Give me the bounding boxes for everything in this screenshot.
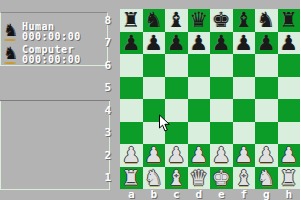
square-d4[interactable] [188,99,211,122]
piece-white-pawn[interactable]: ♟ [189,144,208,166]
piece-black-pawn[interactable]: ♟ [189,32,208,54]
piece-black-rook[interactable]: ♜ [122,9,141,31]
square-a4[interactable] [120,99,143,122]
file-labels: abcdefgh [120,188,300,200]
knight-glyph: ♞ [3,43,18,63]
rank-label-5: 5 [94,77,116,100]
file-label-e: e [210,188,233,200]
square-g6[interactable] [255,54,278,77]
piece-white-queen[interactable]: ♛ [189,167,208,189]
square-d8[interactable]: ♛ [188,9,211,32]
square-b7[interactable]: ♟ [143,32,166,55]
file-label-b: b [143,188,166,200]
player-clock-computer: 000:00:00 [22,55,81,65]
piece-black-bishop[interactable]: ♝ [167,9,186,31]
piece-white-pawn[interactable]: ♟ [144,144,163,166]
square-c1[interactable]: ♝ [165,167,188,190]
piece-black-pawn[interactable]: ♟ [279,32,298,54]
piece-black-pawn[interactable]: ♟ [167,32,186,54]
rank-label-2: 2 [94,144,116,167]
piece-white-pawn[interactable]: ♟ [212,144,231,166]
square-g3[interactable] [255,122,278,145]
square-a3[interactable] [120,122,143,145]
square-f1[interactable]: ♝ [233,167,256,190]
square-g2[interactable]: ♟ [255,144,278,167]
piece-black-pawn[interactable]: ♟ [234,32,253,54]
square-b2[interactable]: ♟ [143,144,166,167]
piece-white-king[interactable]: ♚ [212,167,231,189]
file-label-a: a [120,188,143,200]
square-e6[interactable] [210,54,233,77]
square-f2[interactable]: ♟ [233,144,256,167]
square-a5[interactable] [120,77,143,100]
square-d6[interactable] [188,54,211,77]
square-a2[interactable]: ♟ [120,144,143,167]
piece-black-king[interactable]: ♚ [212,9,231,31]
square-c7[interactable]: ♟ [165,32,188,55]
piece-white-knight[interactable]: ♞ [257,167,276,189]
piece-black-pawn[interactable]: ♟ [144,32,163,54]
piece-white-bishop[interactable]: ♝ [167,167,186,189]
square-h7[interactable]: ♟ [278,32,301,55]
knight-icon-gold-base [4,39,16,41]
square-c6[interactable] [165,54,188,77]
square-d1[interactable]: ♛ [188,167,211,190]
square-f4[interactable] [233,99,256,122]
knight-icon-gold-base [4,62,16,64]
square-g4[interactable] [255,99,278,122]
square-b5[interactable] [143,77,166,100]
black-knight-icon: ♞ [3,22,19,42]
file-label-g: g [255,188,278,200]
piece-black-knight[interactable]: ♞ [257,9,276,31]
piece-black-knight[interactable]: ♞ [144,9,163,31]
piece-white-rook[interactable]: ♜ [122,167,141,189]
square-e7[interactable]: ♟ [210,32,233,55]
square-h3[interactable] [278,122,301,145]
square-f7[interactable]: ♟ [233,32,256,55]
piece-black-queen[interactable]: ♛ [189,9,208,31]
chess-board[interactable]: ♜♞♝♛♚♝♞♜♟♟♟♟♟♟♟♟♟♟♟♟♟♟♟♟♜♞♝♛♚♝♞♜ [120,9,300,189]
square-b8[interactable]: ♞ [143,9,166,32]
piece-white-bishop[interactable]: ♝ [234,167,253,189]
square-e5[interactable] [210,77,233,100]
square-h2[interactable]: ♟ [278,144,301,167]
rank-label-4: 4 [94,99,116,122]
piece-white-rook[interactable]: ♜ [279,167,298,189]
square-a1[interactable]: ♜ [120,167,143,190]
player-row-computer: ♞ Computer 000:00:00 [3,45,81,65]
file-label-h: h [278,188,301,200]
piece-black-rook[interactable]: ♜ [279,9,298,31]
square-f8[interactable]: ♝ [233,9,256,32]
square-h6[interactable] [278,54,301,77]
square-d3[interactable] [188,122,211,145]
square-d2[interactable]: ♟ [188,144,211,167]
square-g1[interactable]: ♞ [255,167,278,190]
square-d7[interactable]: ♟ [188,32,211,55]
square-g8[interactable]: ♞ [255,9,278,32]
square-f6[interactable] [233,54,256,77]
rank-label-1: 1 [94,167,116,190]
square-a6[interactable] [120,54,143,77]
square-f3[interactable] [233,122,256,145]
file-label-f: f [233,188,256,200]
square-b1[interactable]: ♞ [143,167,166,190]
square-h4[interactable] [278,99,301,122]
piece-black-bishop[interactable]: ♝ [234,9,253,31]
piece-white-knight[interactable]: ♞ [144,167,163,189]
file-label-d: d [188,188,211,200]
piece-white-pawn[interactable]: ♟ [234,144,253,166]
rank-label-6: 6 [94,54,116,77]
square-h8[interactable]: ♜ [278,9,301,32]
square-h5[interactable] [278,77,301,100]
square-e4[interactable] [210,99,233,122]
square-f5[interactable] [233,77,256,100]
square-e8[interactable]: ♚ [210,9,233,32]
file-label-c: c [165,188,188,200]
rank-label-7: 7 [94,32,116,55]
piece-black-pawn[interactable]: ♟ [257,32,276,54]
square-d5[interactable] [188,77,211,100]
square-c8[interactable]: ♝ [165,9,188,32]
player-row-human: ♞ Human 000:00:00 [3,22,81,42]
square-a8[interactable]: ♜ [120,9,143,32]
arrow-cursor [158,114,171,133]
black-knight-icon: ♞ [3,45,19,65]
piece-white-pawn[interactable]: ♟ [167,144,186,166]
chess-app-screen: ♞ Human 000:00:00 ♞ Computer 000:00:00 8… [0,0,300,200]
rank-label-3: 3 [94,122,116,145]
square-e3[interactable] [210,122,233,145]
piece-white-pawn[interactable]: ♟ [279,144,298,166]
square-c2[interactable]: ♟ [165,144,188,167]
player-clock-human: 000:00:00 [22,32,81,42]
square-e1[interactable]: ♚ [210,167,233,190]
piece-white-pawn[interactable]: ♟ [122,144,141,166]
square-b6[interactable] [143,54,166,77]
square-a7[interactable]: ♟ [120,32,143,55]
square-g5[interactable] [255,77,278,100]
piece-black-pawn[interactable]: ♟ [122,32,141,54]
square-c5[interactable] [165,77,188,100]
square-g7[interactable]: ♟ [255,32,278,55]
rank-label-8: 8 [94,9,116,32]
knight-glyph: ♞ [3,20,18,40]
piece-white-pawn[interactable]: ♟ [257,144,276,166]
rank-labels: 87654321 [94,9,116,189]
square-h1[interactable]: ♜ [278,167,301,190]
square-e2[interactable]: ♟ [210,144,233,167]
piece-black-pawn[interactable]: ♟ [212,32,231,54]
